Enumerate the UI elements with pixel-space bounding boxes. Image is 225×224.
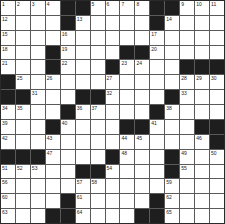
grid-cell[interactable]	[76, 60, 90, 74]
grid-cell[interactable]	[46, 105, 60, 119]
grid-cell[interactable]	[165, 31, 179, 45]
grid-cell[interactable]	[195, 46, 209, 60]
grid-cell[interactable]: 39	[1, 120, 15, 134]
grid-cell[interactable]	[150, 75, 164, 89]
black-cell	[76, 165, 90, 179]
grid-cell[interactable]: 8	[135, 1, 149, 15]
clue-number: 26	[47, 75, 53, 81]
grid-cell[interactable]	[120, 75, 134, 89]
clue-number: 32	[107, 90, 113, 96]
grid-cell[interactable]	[16, 16, 30, 30]
black-cell	[106, 150, 120, 164]
grid-cell[interactable]	[46, 16, 60, 30]
grid-cell[interactable]	[106, 105, 120, 119]
grid-cell[interactable]	[180, 194, 194, 208]
black-cell	[46, 60, 60, 74]
grid-cell[interactable]: 45	[135, 135, 149, 149]
grid-cell[interactable]	[180, 16, 194, 30]
black-cell	[31, 150, 45, 164]
grid-cell[interactable]: 52	[16, 165, 30, 179]
grid-cell[interactable]	[195, 179, 209, 193]
grid-cell[interactable]	[180, 31, 194, 45]
black-cell	[135, 120, 149, 134]
grid-cell[interactable]	[210, 90, 224, 104]
clue-number: 2	[17, 1, 20, 7]
grid-cell[interactable]	[210, 209, 224, 223]
black-cell	[91, 165, 105, 179]
black-cell	[1, 90, 15, 104]
black-cell	[150, 194, 164, 208]
grid-cell[interactable]	[91, 194, 105, 208]
grid-cell[interactable]	[31, 209, 45, 223]
grid-cell[interactable]	[195, 194, 209, 208]
clue-number: 65	[166, 209, 172, 215]
grid-cell[interactable]: 54	[106, 165, 120, 179]
clue-number: 54	[107, 165, 113, 171]
grid-cell[interactable]: 34	[1, 105, 15, 119]
grid-cell[interactable]	[31, 16, 45, 30]
grid-cell[interactable]: 17	[150, 31, 164, 45]
clue-number: 5	[92, 1, 95, 7]
grid-cell[interactable]	[91, 31, 105, 45]
grid-cell[interactable]	[195, 90, 209, 104]
clue-number: 35	[17, 105, 23, 111]
clue-number: 1	[2, 1, 5, 7]
grid-cell[interactable]: 61	[76, 194, 90, 208]
clue-number: 62	[166, 194, 172, 200]
grid-cell[interactable]: 49	[180, 150, 194, 164]
grid-cell[interactable]	[31, 179, 45, 193]
grid-cell[interactable]	[195, 16, 209, 30]
clue-number: 30	[211, 75, 217, 81]
grid-cell[interactable]	[91, 209, 105, 223]
clue-number: 12	[2, 16, 8, 22]
grid-cell[interactable]	[135, 75, 149, 89]
grid-cell[interactable]: 43	[46, 135, 60, 149]
clue-number: 19	[62, 46, 68, 52]
grid-cell[interactable]: 18	[1, 46, 15, 60]
clue-number: 45	[136, 135, 142, 141]
black-cell	[150, 209, 164, 223]
clue-number: 4	[47, 1, 50, 7]
grid-cell[interactable]	[120, 90, 134, 104]
clue-number: 9	[181, 1, 184, 7]
grid-cell[interactable]	[165, 120, 179, 134]
grid-cell[interactable]: 23	[120, 60, 134, 74]
grid-cell[interactable]	[150, 165, 164, 179]
clue-number: 59	[166, 179, 172, 185]
clue-number: 16	[62, 31, 68, 37]
black-cell	[76, 1, 90, 15]
clue-number: 29	[196, 75, 202, 81]
clue-number: 24	[136, 60, 142, 66]
grid-cell[interactable]	[135, 165, 149, 179]
grid-cell[interactable]	[120, 105, 134, 119]
grid-cell[interactable]	[210, 179, 224, 193]
clue-number: 10	[196, 1, 202, 7]
grid-cell[interactable]	[210, 31, 224, 45]
black-cell	[135, 209, 149, 223]
grid-cell[interactable]	[76, 135, 90, 149]
black-cell	[135, 46, 149, 60]
grid-cell[interactable]: 47	[46, 150, 60, 164]
grid-cell[interactable]: 60	[1, 194, 15, 208]
black-cell	[150, 105, 164, 119]
clue-number: 13	[77, 16, 83, 22]
grid-cell[interactable]: 6	[106, 1, 120, 15]
grid-cell[interactable]: 56	[1, 179, 15, 193]
grid-cell[interactable]	[180, 179, 194, 193]
black-cell	[46, 209, 60, 223]
grid-cell[interactable]: 4	[46, 1, 60, 15]
grid-cell[interactable]	[180, 135, 194, 149]
grid-cell[interactable]	[106, 120, 120, 134]
grid-cell[interactable]: 5	[91, 1, 105, 15]
grid-cell[interactable]: 12	[1, 16, 15, 30]
grid-cell[interactable]	[16, 60, 30, 74]
black-cell	[150, 1, 164, 15]
grid-cell[interactable]	[91, 150, 105, 164]
black-cell	[16, 150, 30, 164]
grid-cell[interactable]	[46, 31, 60, 45]
grid-cell[interactable]	[16, 194, 30, 208]
clue-number: 52	[17, 165, 23, 171]
clue-number: 53	[32, 165, 38, 171]
clue-number: 20	[151, 46, 157, 52]
grid-cell[interactable]	[106, 209, 120, 223]
clue-number: 18	[2, 46, 8, 52]
grid-cell[interactable]	[31, 194, 45, 208]
clue-number: 22	[62, 60, 68, 66]
black-cell	[120, 120, 134, 134]
clue-number: 44	[121, 135, 127, 141]
grid-cell[interactable]	[61, 75, 75, 89]
black-cell	[1, 75, 15, 89]
grid-cell[interactable]	[150, 179, 164, 193]
clue-number: 31	[32, 90, 38, 96]
clue-number: 49	[181, 150, 187, 156]
clue-number: 38	[166, 105, 172, 111]
grid-cell[interactable]	[31, 46, 45, 60]
grid-cell[interactable]: 58	[91, 179, 105, 193]
grid-cell[interactable]: 65	[165, 209, 179, 223]
grid-cell[interactable]: 46	[195, 135, 209, 149]
grid-cell[interactable]	[135, 105, 149, 119]
crossword-grid: 1234567891011121314151617181920212223242…	[0, 0, 225, 224]
black-cell	[120, 46, 134, 60]
grid-cell[interactable]	[135, 194, 149, 208]
grid-cell[interactable]	[135, 31, 149, 45]
grid-cell[interactable]: 30	[210, 75, 224, 89]
grid-cell[interactable]: 2	[16, 1, 30, 15]
grid-cell[interactable]	[180, 46, 194, 60]
clue-number: 57	[77, 179, 83, 185]
grid-cell[interactable]	[150, 90, 164, 104]
grid-cell[interactable]	[180, 120, 194, 134]
grid-cell[interactable]: 59	[165, 179, 179, 193]
black-cell	[165, 1, 179, 15]
grid-cell[interactable]: 36	[76, 105, 90, 119]
grid-cell[interactable]: 11	[210, 1, 224, 15]
grid-cell[interactable]: 35	[16, 105, 30, 119]
black-cell	[165, 165, 179, 179]
grid-cell[interactable]: 27	[106, 75, 120, 89]
black-cell	[195, 60, 209, 74]
clue-number: 61	[77, 194, 83, 200]
black-cell	[150, 16, 164, 30]
clue-number: 40	[62, 120, 68, 126]
grid-cell[interactable]	[16, 179, 30, 193]
clue-number: 11	[211, 1, 216, 7]
grid-cell[interactable]	[135, 150, 149, 164]
clue-number: 28	[181, 75, 187, 81]
grid-cell[interactable]: 3	[31, 1, 45, 15]
grid-cell[interactable]	[61, 179, 75, 193]
clue-number: 36	[77, 105, 83, 111]
grid-cell[interactable]	[195, 31, 209, 45]
black-cell	[195, 120, 209, 134]
grid-cell[interactable]: 1	[1, 1, 15, 15]
grid-cell[interactable]	[76, 31, 90, 45]
grid-cell[interactable]	[135, 179, 149, 193]
grid-cell[interactable]	[150, 150, 164, 164]
grid-cell[interactable]: 55	[180, 165, 194, 179]
grid-cell[interactable]: 22	[61, 60, 75, 74]
black-cell	[46, 120, 60, 134]
grid-cell[interactable]: 25	[16, 75, 30, 89]
grid-cell[interactable]	[120, 16, 134, 30]
grid-cell[interactable]	[16, 46, 30, 60]
grid-cell[interactable]: 7	[120, 1, 134, 15]
black-cell	[210, 120, 224, 134]
grid-cell[interactable]	[135, 90, 149, 104]
grid-cell[interactable]	[106, 179, 120, 193]
grid-cell[interactable]	[46, 194, 60, 208]
grid-cell[interactable]	[195, 105, 209, 119]
grid-cell[interactable]	[46, 90, 60, 104]
grid-cell[interactable]	[91, 135, 105, 149]
grid-cell[interactable]	[91, 75, 105, 89]
grid-cell[interactable]: 40	[61, 120, 75, 134]
grid-cell[interactable]: 63	[1, 209, 15, 223]
clue-number: 15	[2, 31, 8, 37]
grid-cell[interactable]: 15	[1, 31, 15, 45]
clue-number: 6	[107, 1, 110, 7]
grid-cell[interactable]: 50	[210, 150, 224, 164]
grid-cell[interactable]: 20	[150, 46, 164, 60]
grid-cell[interactable]	[210, 105, 224, 119]
grid-cell[interactable]	[76, 120, 90, 134]
grid-cell[interactable]	[31, 75, 45, 89]
clue-number: 56	[2, 179, 8, 185]
clue-number: 42	[2, 135, 8, 141]
grid-cell[interactable]	[210, 16, 224, 30]
grid-cell[interactable]: 64	[76, 209, 90, 223]
clue-number: 37	[92, 105, 98, 111]
black-cell	[210, 60, 224, 74]
grid-cell[interactable]	[91, 16, 105, 30]
grid-cell[interactable]: 26	[46, 75, 60, 89]
grid-cell[interactable]: 13	[76, 16, 90, 30]
clue-number: 58	[92, 179, 98, 185]
grid-cell[interactable]: 51	[1, 165, 15, 179]
black-cell	[61, 209, 75, 223]
grid-cell[interactable]	[150, 135, 164, 149]
grid-cell[interactable]	[46, 165, 60, 179]
grid-cell[interactable]: 21	[1, 60, 15, 74]
grid-cell[interactable]	[120, 209, 134, 223]
clue-number: 14	[166, 16, 172, 22]
clue-number: 50	[211, 150, 217, 156]
grid-cell[interactable]	[31, 120, 45, 134]
clue-number: 51	[2, 165, 8, 171]
clue-number: 60	[2, 194, 8, 200]
grid-cell[interactable]: 41	[150, 120, 164, 134]
clue-number: 7	[121, 1, 124, 7]
clue-number: 39	[2, 120, 8, 126]
grid-cell[interactable]: 44	[120, 135, 134, 149]
clue-number: 47	[47, 150, 53, 156]
clue-number: 17	[151, 31, 157, 37]
clue-number: 23	[121, 60, 127, 66]
grid-cell[interactable]	[16, 209, 30, 223]
grid-cell[interactable]	[195, 150, 209, 164]
grid-cell[interactable]	[91, 46, 105, 60]
grid-cell[interactable]	[31, 60, 45, 74]
clue-number: 34	[2, 105, 8, 111]
grid-cell[interactable]	[106, 31, 120, 45]
grid-cell[interactable]: 14	[165, 16, 179, 30]
grid-cell[interactable]	[120, 31, 134, 45]
grid-cell[interactable]	[61, 165, 75, 179]
grid-cell[interactable]: 31	[31, 90, 45, 104]
grid-cell[interactable]	[210, 194, 224, 208]
grid-cell[interactable]: 62	[165, 194, 179, 208]
grid-cell[interactable]: 42	[1, 135, 15, 149]
black-cell	[210, 135, 224, 149]
grid-cell[interactable]	[46, 179, 60, 193]
grid-cell[interactable]	[210, 46, 224, 60]
grid-cell[interactable]	[120, 179, 134, 193]
grid-cell[interactable]	[91, 120, 105, 134]
grid-cell[interactable]	[16, 120, 30, 134]
grid-cell[interactable]	[165, 75, 179, 89]
black-cell	[165, 90, 179, 104]
grid-cell[interactable]: 24	[135, 60, 149, 74]
clue-number: 55	[181, 165, 187, 171]
grid-cell[interactable]	[150, 60, 164, 74]
grid-cell[interactable]	[120, 165, 134, 179]
grid-cell[interactable]	[180, 209, 194, 223]
black-cell	[91, 90, 105, 104]
grid-cell[interactable]	[135, 16, 149, 30]
black-cell	[106, 60, 120, 74]
grid-cell[interactable]	[195, 209, 209, 223]
grid-cell[interactable]: 53	[31, 165, 45, 179]
grid-cell[interactable]	[165, 46, 179, 60]
black-cell	[46, 46, 60, 60]
grid-cell[interactable]	[106, 46, 120, 60]
grid-cell[interactable]	[106, 135, 120, 149]
clue-number: 33	[181, 90, 187, 96]
grid-cell[interactable]	[106, 16, 120, 30]
grid-cell[interactable]	[61, 150, 75, 164]
grid-cell[interactable]: 32	[106, 90, 120, 104]
grid-cell[interactable]	[165, 60, 179, 74]
grid-cell[interactable]	[31, 135, 45, 149]
black-cell	[1, 150, 15, 164]
grid-cell[interactable]: 10	[195, 1, 209, 15]
clue-number: 63	[2, 209, 8, 215]
grid-cell[interactable]	[76, 150, 90, 164]
grid-cell[interactable]	[120, 194, 134, 208]
black-cell	[165, 150, 179, 164]
clue-number: 48	[121, 150, 127, 156]
grid-cell[interactable]	[61, 90, 75, 104]
black-cell	[61, 16, 75, 30]
grid-cell[interactable]	[76, 75, 90, 89]
black-cell	[16, 90, 30, 104]
grid-cell[interactable]	[76, 46, 90, 60]
clue-number: 27	[107, 75, 113, 81]
grid-cell[interactable]: 16	[61, 31, 75, 45]
grid-cell[interactable]	[16, 135, 30, 149]
grid-cell[interactable]	[31, 31, 45, 45]
grid-cell[interactable]: 57	[76, 179, 90, 193]
grid-cell[interactable]	[195, 165, 209, 179]
grid-cell[interactable]: 28	[180, 75, 194, 89]
grid-cell[interactable]: 37	[91, 105, 105, 119]
grid-cell[interactable]: 19	[61, 46, 75, 60]
black-cell	[61, 194, 75, 208]
grid-cell[interactable]	[165, 135, 179, 149]
black-cell	[61, 105, 75, 119]
grid-cell[interactable]: 29	[195, 75, 209, 89]
grid-cell[interactable]	[16, 31, 30, 45]
grid-cell[interactable]	[106, 194, 120, 208]
grid-cell[interactable]	[91, 60, 105, 74]
clue-number: 64	[77, 209, 83, 215]
clue-number: 8	[136, 1, 139, 7]
grid-cell[interactable]	[61, 135, 75, 149]
grid-cell[interactable]: 9	[180, 1, 194, 15]
clue-number: 41	[151, 120, 157, 126]
clue-number: 46	[196, 135, 202, 141]
clue-number: 43	[47, 135, 53, 141]
grid-cell[interactable]	[180, 105, 194, 119]
grid-cell[interactable]: 38	[165, 105, 179, 119]
grid-cell[interactable]	[31, 105, 45, 119]
black-cell	[76, 90, 90, 104]
black-cell	[180, 60, 194, 74]
grid-cell[interactable]: 48	[120, 150, 134, 164]
grid-cell[interactable]	[210, 165, 224, 179]
clue-number: 25	[17, 75, 23, 81]
clue-number: 21	[2, 60, 8, 66]
clue-number: 3	[32, 1, 35, 7]
grid-cell[interactable]: 33	[180, 90, 194, 104]
black-cell	[61, 1, 75, 15]
